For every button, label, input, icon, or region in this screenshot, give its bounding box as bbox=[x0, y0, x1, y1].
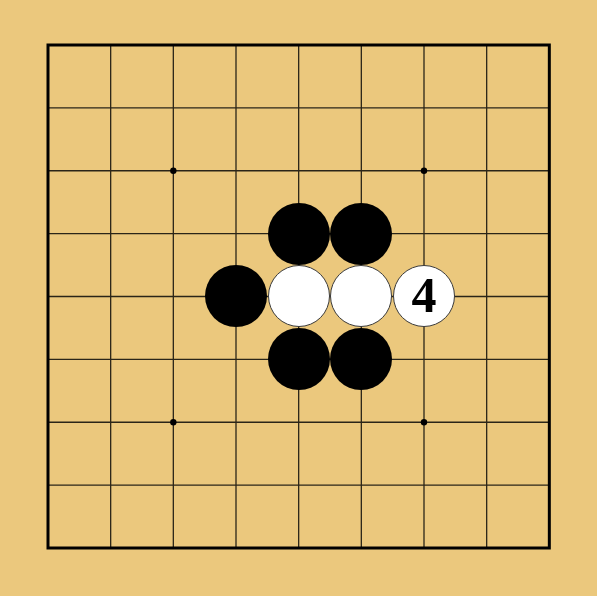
stones-grid[interactable]: 4 bbox=[17, 14, 581, 580]
stone-black[interactable] bbox=[205, 265, 267, 327]
move-number-label: 4 bbox=[411, 270, 436, 320]
stone-black[interactable] bbox=[330, 328, 392, 390]
go-diagram: 4 bbox=[0, 0, 597, 596]
stone-white[interactable]: 4 bbox=[393, 265, 455, 327]
stone-white[interactable] bbox=[268, 265, 330, 327]
stone-black[interactable] bbox=[268, 328, 330, 390]
stone-black[interactable] bbox=[268, 203, 330, 265]
stone-white[interactable] bbox=[330, 265, 392, 327]
stone-black[interactable] bbox=[330, 203, 392, 265]
